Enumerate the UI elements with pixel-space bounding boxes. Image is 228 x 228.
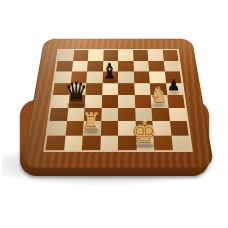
square-a5 [52, 83, 70, 95]
square-d8 [102, 50, 117, 60]
square-h5 [165, 83, 183, 95]
square-e2 [118, 121, 136, 135]
square-a2 [47, 121, 66, 135]
square-f6 [133, 71, 149, 82]
square-e3 [118, 108, 135, 121]
chess-board [21, 39, 214, 169]
square-h3 [168, 108, 187, 121]
square-b7 [71, 61, 87, 72]
square-d1 [99, 135, 117, 150]
square-c1 [81, 135, 100, 150]
square-g6 [148, 71, 165, 82]
square-a8 [57, 50, 73, 60]
square-d6 [102, 71, 118, 82]
square-h8 [162, 50, 178, 60]
square-b8 [72, 50, 88, 60]
square-a1 [45, 135, 65, 150]
square-d7 [102, 61, 117, 72]
playing-area [43, 49, 193, 152]
square-g5 [149, 83, 166, 95]
square-d4 [101, 95, 118, 108]
square-d5 [101, 83, 117, 95]
squares-grid [45, 50, 190, 150]
square-a7 [56, 61, 73, 72]
square-c4 [84, 95, 101, 108]
square-f4 [134, 95, 151, 108]
square-c7 [87, 61, 103, 72]
square-b1 [63, 135, 82, 150]
square-f3 [134, 108, 152, 121]
square-b2 [65, 121, 84, 135]
square-c2 [82, 121, 100, 135]
square-g3 [151, 108, 169, 121]
square-b4 [67, 95, 85, 108]
square-e1 [118, 135, 136, 150]
square-b6 [70, 71, 87, 82]
square-a6 [54, 71, 71, 82]
square-e8 [118, 50, 133, 60]
square-e6 [118, 71, 134, 82]
square-c6 [86, 71, 102, 82]
board-photo: ♝♟♛♞♜♚ [0, 0, 228, 228]
square-f5 [133, 83, 150, 95]
square-e5 [118, 83, 134, 95]
square-f2 [135, 121, 153, 135]
square-d2 [100, 121, 118, 135]
square-g2 [152, 121, 171, 135]
square-b3 [66, 108, 84, 121]
square-g4 [150, 95, 168, 108]
square-h6 [164, 71, 181, 82]
square-f1 [135, 135, 154, 150]
square-h1 [170, 135, 190, 150]
square-c5 [85, 83, 102, 95]
square-f8 [132, 50, 147, 60]
square-g1 [153, 135, 172, 150]
square-a3 [49, 108, 68, 121]
square-h7 [163, 61, 180, 72]
square-f7 [133, 61, 149, 72]
square-a4 [51, 95, 69, 108]
square-c8 [87, 50, 102, 60]
square-g7 [148, 61, 164, 72]
square-h2 [169, 121, 188, 135]
square-h4 [166, 95, 184, 108]
square-b5 [69, 83, 86, 95]
square-e4 [118, 95, 135, 108]
square-g8 [147, 50, 163, 60]
square-c3 [83, 108, 101, 121]
square-d3 [100, 108, 117, 121]
square-e7 [118, 61, 133, 72]
